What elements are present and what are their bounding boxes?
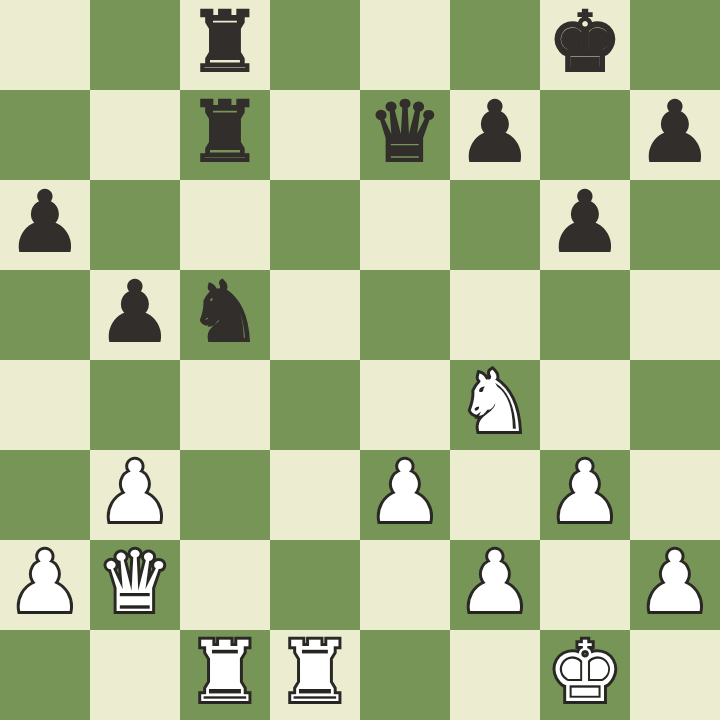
square-d2[interactable] xyxy=(270,540,360,630)
piece-white-queen[interactable]: ♛ xyxy=(97,540,172,624)
square-c6[interactable] xyxy=(180,180,270,270)
square-a1[interactable] xyxy=(0,630,90,720)
square-g5[interactable] xyxy=(540,270,630,360)
square-b4[interactable] xyxy=(90,360,180,450)
square-a3[interactable] xyxy=(0,450,90,540)
square-g6[interactable]: ♟ xyxy=(540,180,630,270)
square-d3[interactable] xyxy=(270,450,360,540)
square-f4[interactable]: ♞ xyxy=(450,360,540,450)
piece-black-pawn[interactable]: ♟ xyxy=(97,270,172,354)
square-c4[interactable] xyxy=(180,360,270,450)
square-h6[interactable] xyxy=(630,180,720,270)
piece-white-knight[interactable]: ♞ xyxy=(457,360,532,444)
square-d7[interactable] xyxy=(270,90,360,180)
square-b3[interactable]: ♟ xyxy=(90,450,180,540)
square-f5[interactable] xyxy=(450,270,540,360)
square-b1[interactable] xyxy=(90,630,180,720)
square-b6[interactable] xyxy=(90,180,180,270)
piece-black-knight[interactable]: ♞ xyxy=(187,270,262,354)
piece-white-pawn[interactable]: ♟ xyxy=(457,540,532,624)
square-g3[interactable]: ♟ xyxy=(540,450,630,540)
square-f6[interactable] xyxy=(450,180,540,270)
piece-black-pawn[interactable]: ♟ xyxy=(547,180,622,264)
square-e7[interactable]: ♛ xyxy=(360,90,450,180)
square-e5[interactable] xyxy=(360,270,450,360)
square-c8[interactable]: ♜ xyxy=(180,0,270,90)
square-e1[interactable] xyxy=(360,630,450,720)
piece-white-pawn[interactable]: ♟ xyxy=(97,450,172,534)
square-f8[interactable] xyxy=(450,0,540,90)
square-c7[interactable]: ♜ xyxy=(180,90,270,180)
square-d5[interactable] xyxy=(270,270,360,360)
piece-black-king[interactable]: ♚ xyxy=(547,0,622,84)
square-d1[interactable]: ♜ xyxy=(270,630,360,720)
square-g7[interactable] xyxy=(540,90,630,180)
square-h7[interactable]: ♟ xyxy=(630,90,720,180)
square-a8[interactable] xyxy=(0,0,90,90)
square-a2[interactable]: ♟ xyxy=(0,540,90,630)
piece-white-rook[interactable]: ♜ xyxy=(277,630,352,714)
square-a6[interactable]: ♟ xyxy=(0,180,90,270)
square-g1[interactable]: ♚ xyxy=(540,630,630,720)
square-f2[interactable]: ♟ xyxy=(450,540,540,630)
square-g2[interactable] xyxy=(540,540,630,630)
square-a5[interactable] xyxy=(0,270,90,360)
square-f1[interactable] xyxy=(450,630,540,720)
square-c1[interactable]: ♜ xyxy=(180,630,270,720)
piece-black-pawn[interactable]: ♟ xyxy=(637,90,712,174)
square-c2[interactable] xyxy=(180,540,270,630)
square-e3[interactable]: ♟ xyxy=(360,450,450,540)
piece-white-king[interactable]: ♚ xyxy=(547,630,622,714)
square-e2[interactable] xyxy=(360,540,450,630)
piece-black-queen[interactable]: ♛ xyxy=(367,90,442,174)
square-b7[interactable] xyxy=(90,90,180,180)
square-b5[interactable]: ♟ xyxy=(90,270,180,360)
piece-black-rook[interactable]: ♜ xyxy=(187,90,262,174)
square-b8[interactable] xyxy=(90,0,180,90)
piece-white-pawn[interactable]: ♟ xyxy=(7,540,82,624)
square-h8[interactable] xyxy=(630,0,720,90)
square-c3[interactable] xyxy=(180,450,270,540)
piece-white-pawn[interactable]: ♟ xyxy=(547,450,622,534)
piece-black-rook[interactable]: ♜ xyxy=(187,0,262,84)
piece-white-rook[interactable]: ♜ xyxy=(187,630,262,714)
square-a4[interactable] xyxy=(0,360,90,450)
square-f3[interactable] xyxy=(450,450,540,540)
square-e8[interactable] xyxy=(360,0,450,90)
square-e4[interactable] xyxy=(360,360,450,450)
piece-white-pawn[interactable]: ♟ xyxy=(637,540,712,624)
square-a7[interactable] xyxy=(0,90,90,180)
square-h5[interactable] xyxy=(630,270,720,360)
square-g4[interactable] xyxy=(540,360,630,450)
square-b2[interactable]: ♛ xyxy=(90,540,180,630)
square-d6[interactable] xyxy=(270,180,360,270)
chess-board: ♜♚♜♛♟♟♟♟♟♞♞♟♟♟♟♛♟♟♜♜♚ xyxy=(0,0,720,720)
square-h3[interactable] xyxy=(630,450,720,540)
square-h2[interactable]: ♟ xyxy=(630,540,720,630)
square-c5[interactable]: ♞ xyxy=(180,270,270,360)
piece-white-pawn[interactable]: ♟ xyxy=(367,450,442,534)
square-d4[interactable] xyxy=(270,360,360,450)
square-g8[interactable]: ♚ xyxy=(540,0,630,90)
square-f7[interactable]: ♟ xyxy=(450,90,540,180)
square-d8[interactable] xyxy=(270,0,360,90)
square-h4[interactable] xyxy=(630,360,720,450)
square-h1[interactable] xyxy=(630,630,720,720)
piece-black-pawn[interactable]: ♟ xyxy=(457,90,532,174)
piece-black-pawn[interactable]: ♟ xyxy=(7,180,82,264)
square-e6[interactable] xyxy=(360,180,450,270)
